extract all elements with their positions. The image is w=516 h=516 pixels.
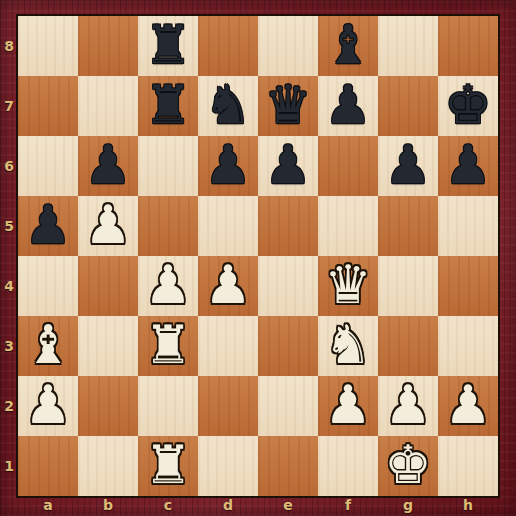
square-c6[interactable] [138,136,198,196]
piece-white-pawn: ♟ [138,256,198,316]
square-h6[interactable]: ♟ [438,136,498,196]
piece-black-queen: ♛ [258,76,318,136]
piece-white-rook: ♜ [138,316,198,376]
piece-white-pawn: ♟ [78,196,138,256]
piece-white-pawn: ♟ [318,376,378,436]
piece-white-bishop: ♝ [18,316,78,376]
square-b5[interactable]: ♟ [78,196,138,256]
file-label-b: b [78,494,138,516]
piece-white-pawn: ♟ [438,376,498,436]
piece-black-knight: ♞ [198,76,258,136]
piece-black-rook: ♜ [138,16,198,76]
square-g7[interactable] [378,76,438,136]
square-a4[interactable] [18,256,78,316]
square-d6[interactable]: ♟ [198,136,258,196]
square-g5[interactable] [378,196,438,256]
file-label-g: g [378,494,438,516]
rank-label-5: 5 [0,196,18,256]
square-e1[interactable] [258,436,318,496]
file-label-e: e [258,494,318,516]
rank-label-4: 4 [0,256,18,316]
square-b8[interactable] [78,16,138,76]
square-c3[interactable]: ♜ [138,316,198,376]
chess-board: ♜♝♜♞♛♟♚♟♟♟♟♟♟♟♟♟♛♝♜♞♟♟♟♟♜♚ [18,16,498,496]
square-d7[interactable]: ♞ [198,76,258,136]
square-f3[interactable]: ♞ [318,316,378,376]
square-c4[interactable]: ♟ [138,256,198,316]
square-f7[interactable]: ♟ [318,76,378,136]
square-a7[interactable] [18,76,78,136]
square-g1[interactable]: ♚ [378,436,438,496]
piece-white-queen: ♛ [318,256,378,316]
rank-label-2: 2 [0,376,18,436]
square-f4[interactable]: ♛ [318,256,378,316]
rank-label-1: 1 [0,436,18,496]
square-h7[interactable]: ♚ [438,76,498,136]
square-e4[interactable] [258,256,318,316]
square-h1[interactable] [438,436,498,496]
piece-black-pawn: ♟ [78,136,138,196]
square-b2[interactable] [78,376,138,436]
square-a3[interactable]: ♝ [18,316,78,376]
square-e8[interactable] [258,16,318,76]
piece-black-pawn: ♟ [258,136,318,196]
square-g6[interactable]: ♟ [378,136,438,196]
piece-black-pawn: ♟ [18,196,78,256]
square-e7[interactable]: ♛ [258,76,318,136]
piece-white-pawn: ♟ [198,256,258,316]
square-c1[interactable]: ♜ [138,436,198,496]
square-f1[interactable] [318,436,378,496]
square-d1[interactable] [198,436,258,496]
square-a5[interactable]: ♟ [18,196,78,256]
piece-white-knight: ♞ [318,316,378,376]
square-d3[interactable] [198,316,258,376]
square-b4[interactable] [78,256,138,316]
square-f2[interactable]: ♟ [318,376,378,436]
square-a2[interactable]: ♟ [18,376,78,436]
file-label-f: f [318,494,378,516]
square-e3[interactable] [258,316,318,376]
square-g4[interactable] [378,256,438,316]
square-a1[interactable] [18,436,78,496]
rank-labels: 87654321 [0,16,18,496]
piece-black-pawn: ♟ [198,136,258,196]
square-e5[interactable] [258,196,318,256]
piece-white-pawn: ♟ [378,376,438,436]
square-d2[interactable] [198,376,258,436]
piece-black-rook: ♜ [138,76,198,136]
square-c7[interactable]: ♜ [138,76,198,136]
piece-white-king: ♚ [378,436,438,496]
square-b6[interactable]: ♟ [78,136,138,196]
square-c8[interactable]: ♜ [138,16,198,76]
square-h5[interactable] [438,196,498,256]
square-d5[interactable] [198,196,258,256]
square-h2[interactable]: ♟ [438,376,498,436]
square-b1[interactable] [78,436,138,496]
square-h8[interactable] [438,16,498,76]
square-h3[interactable] [438,316,498,376]
square-e6[interactable]: ♟ [258,136,318,196]
square-d4[interactable]: ♟ [198,256,258,316]
square-e2[interactable] [258,376,318,436]
square-g2[interactable]: ♟ [378,376,438,436]
rank-label-8: 8 [0,16,18,76]
piece-white-rook: ♜ [138,436,198,496]
square-h4[interactable] [438,256,498,316]
file-label-a: a [18,494,78,516]
file-label-c: c [138,494,198,516]
piece-black-pawn: ♟ [438,136,498,196]
file-label-d: d [198,494,258,516]
square-b7[interactable] [78,76,138,136]
piece-black-pawn: ♟ [378,136,438,196]
rank-label-3: 3 [0,316,18,376]
square-g3[interactable] [378,316,438,376]
square-d8[interactable] [198,16,258,76]
rank-label-7: 7 [0,76,18,136]
piece-black-pawn: ♟ [318,76,378,136]
square-c5[interactable] [138,196,198,256]
file-labels: abcdefgh [18,494,498,516]
piece-black-king: ♚ [438,76,498,136]
square-a6[interactable] [18,136,78,196]
square-a8[interactable] [18,16,78,76]
chess-board-frame: 87654321 abcdefgh ♜♝♜♞♛♟♚♟♟♟♟♟♟♟♟♟♛♝♜♞♟♟… [0,0,516,516]
square-b3[interactable] [78,316,138,376]
rank-label-6: 6 [0,136,18,196]
piece-white-pawn: ♟ [18,376,78,436]
square-c2[interactable] [138,376,198,436]
piece-black-bishop: ♝ [318,16,378,76]
square-f6[interactable] [318,136,378,196]
square-g8[interactable] [378,16,438,76]
square-f5[interactable] [318,196,378,256]
file-label-h: h [438,494,498,516]
square-f8[interactable]: ♝ [318,16,378,76]
